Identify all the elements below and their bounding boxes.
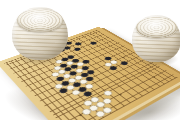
right-bowl-lid [136, 17, 176, 38]
left-stone-bowl [12, 7, 68, 60]
right-stone-bowl [132, 15, 180, 62]
board-intersection [174, 77, 178, 79]
go-board-photo-scene: ●●●●●●●●●●●●●●●●●●●●●●●●●●●●●●●●●●●●●●●●… [0, 0, 180, 120]
left-bowl-lid [17, 9, 63, 32]
